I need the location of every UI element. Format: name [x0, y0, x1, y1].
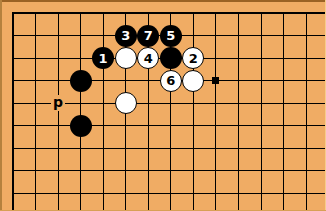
black-stone-7: 7 [137, 25, 159, 47]
black-stone-3: 3 [115, 25, 137, 47]
black-stone-5: 5 [160, 25, 182, 47]
diagram-border-bottom [0, 210, 326, 211]
white-stone-2: 2 [182, 47, 204, 69]
point-label-p: p [51, 95, 65, 111]
black-stone [160, 47, 182, 69]
board-stones-grid: 3751426p [2, 2, 318, 205]
white-stone [115, 47, 137, 69]
black-stone [70, 115, 92, 137]
white-stone-6: 6 [160, 70, 182, 92]
black-stone-1: 1 [92, 47, 114, 69]
black-stone [70, 70, 92, 92]
white-stone-4: 4 [137, 47, 159, 69]
diagram-border-top [0, 0, 326, 2]
diagram-border-left [0, 0, 2, 211]
square-marker [212, 77, 219, 84]
go-board-diagram: 3751426p [0, 0, 326, 211]
white-stone [115, 92, 137, 114]
white-stone [182, 70, 204, 92]
